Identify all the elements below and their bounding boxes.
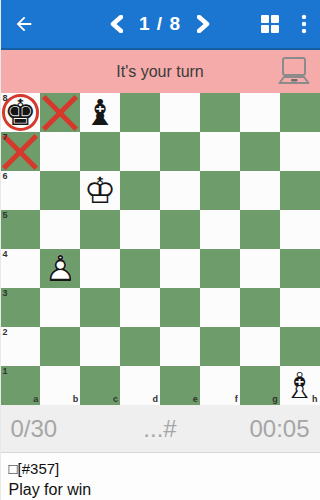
square-a4[interactable]: 4 — [1, 249, 41, 288]
square-b2[interactable] — [40, 327, 80, 366]
square-h5[interactable] — [280, 210, 320, 249]
square-a6[interactable]: 6 — [1, 171, 41, 210]
square-a8[interactable]: 8♚ — [1, 93, 41, 132]
chevron-left-icon — [110, 15, 123, 33]
square-g8[interactable] — [240, 93, 280, 132]
square-e7[interactable] — [160, 132, 200, 171]
objective-text: ...# — [143, 415, 176, 443]
square-h1[interactable]: h♝♗ — [280, 366, 320, 405]
square-c3[interactable] — [80, 288, 120, 327]
square-a5[interactable]: 5 — [1, 210, 41, 249]
rank-label-6: 6 — [3, 172, 8, 181]
square-f2[interactable] — [200, 327, 240, 366]
square-f7[interactable] — [200, 132, 240, 171]
file-label-d: d — [153, 395, 159, 404]
square-c8[interactable]: ♝ — [80, 93, 120, 132]
grid-view-button[interactable] — [261, 15, 279, 33]
square-g4[interactable] — [240, 249, 280, 288]
turn-banner-text: It's your turn — [116, 63, 204, 81]
rank-label-3: 3 — [3, 289, 8, 298]
chess-board: 8♚♝76♚♔54♟♙321abcdefgh♝♗ — [1, 93, 320, 405]
square-b6[interactable] — [40, 171, 80, 210]
rank-label-5: 5 — [3, 211, 8, 220]
square-e2[interactable] — [160, 327, 200, 366]
prev-puzzle-button[interactable] — [110, 15, 123, 33]
status-bar: 0/30 ...# 00:05 — [1, 405, 320, 453]
square-h7[interactable] — [280, 132, 320, 171]
square-c7[interactable] — [80, 132, 120, 171]
score-text: 0/30 — [11, 415, 58, 443]
rank-label-7: 7 — [3, 133, 8, 142]
square-c1[interactable]: c — [80, 366, 120, 405]
back-arrow-icon — [13, 13, 35, 35]
computer-opponent-icon — [276, 56, 312, 91]
square-a7[interactable]: 7 — [1, 132, 41, 171]
timer-text: 00:05 — [249, 415, 309, 443]
puzzle-pager: 1 / 8 — [110, 0, 210, 48]
app-screen: 1 / 8 — [1, 0, 320, 500]
chevron-right-icon — [197, 15, 210, 33]
square-b4[interactable]: ♟♙ — [40, 249, 80, 288]
overflow-menu-button[interactable] — [301, 14, 307, 34]
rank-label-2: 2 — [3, 328, 8, 337]
square-e4[interactable] — [160, 249, 200, 288]
square-h4[interactable] — [280, 249, 320, 288]
square-a1[interactable]: 1a — [1, 366, 41, 405]
file-label-f: f — [235, 395, 238, 404]
square-h6[interactable] — [280, 171, 320, 210]
square-c2[interactable] — [80, 327, 120, 366]
square-h8[interactable] — [280, 93, 320, 132]
square-f6[interactable] — [200, 171, 240, 210]
square-b7[interactable] — [40, 132, 80, 171]
rank-label-4: 4 — [3, 250, 8, 259]
file-label-b: b — [73, 395, 79, 404]
square-e3[interactable] — [160, 288, 200, 327]
square-d5[interactable] — [120, 210, 160, 249]
file-label-g: g — [272, 395, 278, 404]
square-d6[interactable] — [120, 171, 160, 210]
square-b5[interactable] — [40, 210, 80, 249]
white-king-piece: ♚♔ — [80, 171, 120, 210]
square-e1[interactable]: e — [160, 366, 200, 405]
square-b1[interactable]: b — [40, 366, 80, 405]
square-f8[interactable] — [200, 93, 240, 132]
side-to-move-symbol: □ — [9, 460, 18, 477]
task-id-line: □[#357] — [9, 458, 312, 479]
square-g1[interactable]: g — [240, 366, 280, 405]
turn-banner: It's your turn — [1, 50, 320, 93]
puzzle-counter: 1 / 8 — [139, 13, 181, 35]
rank-label-8: 8 — [3, 94, 8, 103]
square-d1[interactable]: d — [120, 366, 160, 405]
square-h3[interactable] — [280, 288, 320, 327]
task-goal-text: Play for win — [9, 479, 312, 500]
square-d8[interactable] — [120, 93, 160, 132]
rank-label-1: 1 — [3, 367, 8, 376]
black-bishop-piece: ♝ — [80, 93, 120, 132]
square-a3[interactable]: 3 — [1, 288, 41, 327]
square-c4[interactable] — [80, 249, 120, 288]
square-d2[interactable] — [120, 327, 160, 366]
square-g5[interactable] — [240, 210, 280, 249]
file-label-a: a — [33, 395, 38, 404]
appbar: 1 / 8 — [1, 0, 320, 50]
file-label-h: h — [312, 395, 318, 404]
square-e8[interactable] — [160, 93, 200, 132]
file-label-e: e — [193, 395, 198, 404]
square-b3[interactable] — [40, 288, 80, 327]
square-c5[interactable] — [80, 210, 120, 249]
square-c6[interactable]: ♚♔ — [80, 171, 120, 210]
square-f3[interactable] — [200, 288, 240, 327]
square-f5[interactable] — [200, 210, 240, 249]
square-d3[interactable] — [120, 288, 160, 327]
appbar-actions — [261, 0, 320, 48]
grid-icon — [261, 15, 279, 33]
square-g3[interactable] — [240, 288, 280, 327]
file-label-c: c — [113, 395, 118, 404]
square-e5[interactable] — [160, 210, 200, 249]
next-puzzle-button[interactable] — [197, 15, 210, 33]
square-e6[interactable] — [160, 171, 200, 210]
square-b8[interactable] — [40, 93, 80, 132]
white-pawn-piece: ♟♙ — [40, 249, 80, 288]
square-d7[interactable] — [120, 132, 160, 171]
task-description: □[#357] Play for win — [1, 453, 320, 500]
square-h2[interactable] — [280, 327, 320, 366]
square-g6[interactable] — [240, 171, 280, 210]
puzzle-id: [#357] — [18, 460, 60, 477]
square-a2[interactable]: 2 — [1, 327, 41, 366]
back-button[interactable] — [13, 13, 35, 35]
square-g2[interactable] — [240, 327, 280, 366]
square-g7[interactable] — [240, 132, 280, 171]
square-d4[interactable] — [120, 249, 160, 288]
red-cross-marker — [40, 93, 80, 132]
square-f1[interactable]: f — [200, 366, 240, 405]
three-dots-icon — [301, 14, 307, 34]
square-f4[interactable] — [200, 249, 240, 288]
